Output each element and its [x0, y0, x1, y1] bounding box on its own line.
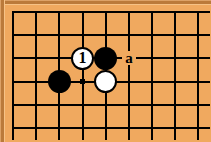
intersection [164, 24, 187, 47]
intersection [48, 47, 71, 70]
intersection [71, 116, 94, 139]
intersection [1, 93, 24, 116]
intersection [164, 0, 187, 23]
stone-label: 1 [79, 50, 87, 66]
intersection [48, 93, 71, 116]
intersection [164, 116, 187, 139]
intersection [48, 116, 71, 139]
intersection [141, 93, 164, 116]
intersection [187, 70, 210, 93]
intersection [1, 0, 24, 23]
intersection [141, 24, 164, 47]
intersection [25, 24, 48, 47]
intersection [25, 93, 48, 116]
intersection [117, 93, 140, 116]
intersection [25, 70, 48, 93]
intersection [117, 24, 140, 47]
intersection [187, 0, 210, 23]
intersection [141, 0, 164, 23]
intersection [187, 93, 210, 116]
intersection [71, 0, 94, 23]
intersection [71, 93, 94, 116]
intersection [94, 93, 117, 116]
intersection [48, 24, 71, 47]
intersection [141, 47, 164, 70]
intersection [94, 116, 117, 139]
intersection [117, 70, 140, 93]
intersection [25, 47, 48, 70]
intersection [25, 0, 48, 23]
intersection [94, 24, 117, 47]
intersection [164, 93, 187, 116]
intersection [1, 24, 24, 47]
intersection [25, 116, 48, 139]
intersection [187, 116, 210, 139]
intersection [94, 0, 117, 23]
intersection [187, 24, 210, 47]
intersection [48, 0, 71, 23]
intersection [164, 47, 187, 70]
intersection [164, 70, 187, 93]
intersection [71, 24, 94, 47]
intersection [117, 116, 140, 139]
intersection [117, 0, 140, 23]
black-stone [48, 70, 71, 93]
intersection [1, 47, 24, 70]
intersection [141, 70, 164, 93]
intersection [187, 47, 210, 70]
intersection [1, 70, 24, 93]
letter-marker-a: a [122, 51, 136, 65]
white-stone-1: 1 [71, 47, 94, 70]
intersection [1, 116, 24, 139]
intersection [141, 116, 164, 139]
go-diagram: 1a [0, 0, 211, 142]
hoshi-point [80, 79, 85, 84]
